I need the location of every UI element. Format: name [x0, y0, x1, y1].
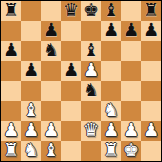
white-pawn[interactable]: ♟	[83, 61, 99, 80]
square-a6[interactable]: ♟	[1, 41, 21, 61]
square-g4[interactable]	[121, 81, 141, 101]
square-f7[interactable]: ♟	[101, 21, 121, 41]
square-h8[interactable]: ♜	[141, 1, 161, 21]
square-e4[interactable]: ♞	[81, 81, 101, 101]
square-f5[interactable]	[101, 61, 121, 81]
square-e1[interactable]	[81, 141, 101, 161]
square-b4[interactable]	[21, 81, 41, 101]
black-pawn[interactable]: ♟	[103, 21, 119, 40]
black-pawn[interactable]: ♟	[123, 21, 139, 40]
square-b3[interactable]: ♝	[21, 101, 41, 121]
square-f8[interactable]: ♝	[101, 1, 121, 21]
square-a7[interactable]	[1, 21, 21, 41]
square-e6[interactable]: ♝	[81, 41, 101, 61]
square-h1[interactable]	[141, 141, 161, 161]
square-d7[interactable]	[61, 21, 81, 41]
square-b6[interactable]	[21, 41, 41, 61]
square-d3[interactable]	[61, 101, 81, 121]
square-c4[interactable]	[41, 81, 61, 101]
square-a8[interactable]: ♜	[1, 1, 21, 21]
white-bishop[interactable]: ♝	[23, 101, 39, 120]
square-f3[interactable]: ♞	[101, 101, 121, 121]
square-g3[interactable]	[121, 101, 141, 121]
square-b1[interactable]: ♞	[21, 141, 41, 161]
square-a2[interactable]: ♟	[1, 121, 21, 141]
white-pawn[interactable]: ♟	[103, 121, 119, 140]
square-d5[interactable]: ♟	[61, 61, 81, 81]
black-bishop[interactable]: ♝	[83, 41, 99, 60]
white-rook[interactable]: ♜	[103, 141, 119, 160]
square-c3[interactable]	[41, 101, 61, 121]
square-d1[interactable]	[61, 141, 81, 161]
square-h2[interactable]: ♟	[141, 121, 161, 141]
black-pawn[interactable]: ♟	[3, 41, 19, 60]
white-queen[interactable]: ♛	[83, 121, 99, 140]
white-bishop[interactable]: ♝	[43, 141, 59, 160]
square-d8[interactable]: ♛	[61, 1, 81, 21]
square-f4[interactable]	[101, 81, 121, 101]
square-g7[interactable]: ♟	[121, 21, 141, 41]
square-c1[interactable]: ♝	[41, 141, 61, 161]
square-e2[interactable]: ♛	[81, 121, 101, 141]
black-bishop[interactable]: ♝	[103, 1, 119, 20]
white-knight[interactable]: ♞	[23, 141, 39, 160]
square-c5[interactable]	[41, 61, 61, 81]
square-c7[interactable]: ♟	[41, 21, 61, 41]
square-e8[interactable]: ♚	[81, 1, 101, 21]
square-b5[interactable]: ♟	[21, 61, 41, 81]
square-c6[interactable]: ♞	[41, 41, 61, 61]
black-pawn[interactable]: ♟	[43, 21, 59, 40]
black-pawn[interactable]: ♟	[63, 61, 79, 80]
black-knight[interactable]: ♞	[43, 41, 59, 60]
square-d6[interactable]	[61, 41, 81, 61]
square-g6[interactable]	[121, 41, 141, 61]
chess-board-grid: ♜♛♚♝♜♟♟♟♟♟♞♝♟♟♟♞♝♞♟♟♟♛♟♟♟♜♞♝♜♚	[1, 1, 161, 161]
square-c2[interactable]: ♟	[41, 121, 61, 141]
black-pawn[interactable]: ♟	[23, 61, 39, 80]
white-pawn[interactable]: ♟	[23, 121, 39, 140]
square-g8[interactable]	[121, 1, 141, 21]
square-b7[interactable]	[21, 21, 41, 41]
square-e3[interactable]	[81, 101, 101, 121]
square-f1[interactable]: ♜	[101, 141, 121, 161]
chess-board: ♜♛♚♝♜♟♟♟♟♟♞♝♟♟♟♞♝♞♟♟♟♛♟♟♟♜♞♝♜♚	[0, 0, 162, 162]
square-d2[interactable]	[61, 121, 81, 141]
black-king[interactable]: ♚	[83, 1, 99, 20]
square-h6[interactable]	[141, 41, 161, 61]
white-knight[interactable]: ♞	[103, 101, 119, 120]
square-h3[interactable]	[141, 101, 161, 121]
white-pawn[interactable]: ♟	[123, 121, 139, 140]
square-h7[interactable]: ♟	[141, 21, 161, 41]
black-knight[interactable]: ♞	[83, 81, 99, 100]
black-queen[interactable]: ♛	[63, 1, 79, 20]
square-h5[interactable]	[141, 61, 161, 81]
square-e7[interactable]	[81, 21, 101, 41]
square-e5[interactable]: ♟	[81, 61, 101, 81]
square-f6[interactable]	[101, 41, 121, 61]
square-a5[interactable]	[1, 61, 21, 81]
white-king[interactable]: ♚	[123, 141, 139, 160]
white-rook[interactable]: ♜	[3, 141, 19, 160]
square-a1[interactable]: ♜	[1, 141, 21, 161]
black-rook[interactable]: ♜	[3, 1, 19, 20]
square-a4[interactable]	[1, 81, 21, 101]
square-b8[interactable]	[21, 1, 41, 21]
white-pawn[interactable]: ♟	[43, 121, 59, 140]
black-rook[interactable]: ♜	[143, 1, 159, 20]
square-h4[interactable]	[141, 81, 161, 101]
square-f2[interactable]: ♟	[101, 121, 121, 141]
square-c8[interactable]	[41, 1, 61, 21]
square-g2[interactable]: ♟	[121, 121, 141, 141]
square-b2[interactable]: ♟	[21, 121, 41, 141]
square-g1[interactable]: ♚	[121, 141, 141, 161]
white-pawn[interactable]: ♟	[143, 121, 159, 140]
square-g5[interactable]	[121, 61, 141, 81]
black-pawn[interactable]: ♟	[143, 21, 159, 40]
white-pawn[interactable]: ♟	[3, 121, 19, 140]
square-d4[interactable]	[61, 81, 81, 101]
square-a3[interactable]	[1, 101, 21, 121]
